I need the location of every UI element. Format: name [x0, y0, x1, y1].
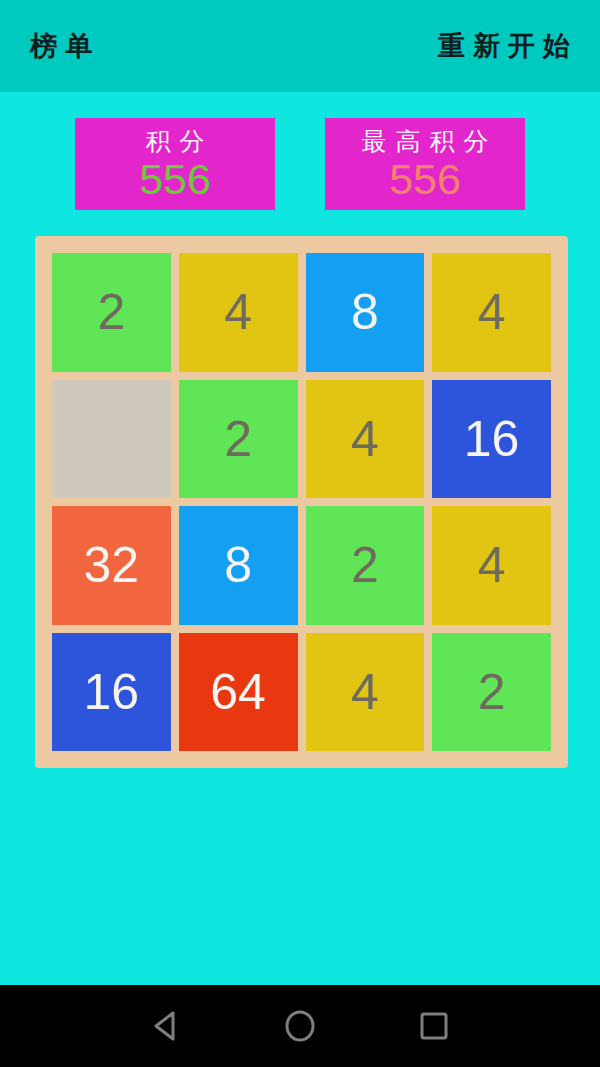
tile-4: 4 [432, 253, 551, 372]
score-value: 556 [139, 157, 211, 202]
tile-2: 2 [306, 506, 425, 625]
tile-4: 4 [306, 380, 425, 499]
score-label: 积分 [137, 126, 214, 157]
tile-32: 32 [52, 506, 171, 625]
tile-8: 8 [306, 253, 425, 372]
best-score-value: 556 [389, 157, 461, 202]
recents-icon[interactable] [416, 1008, 452, 1044]
tile-2: 2 [179, 380, 298, 499]
board-grid[interactable]: 2484241632824166442 [35, 236, 568, 768]
score-box: 积分 556 [75, 118, 275, 210]
app-bar: 榜单 重新开始 [0, 0, 600, 92]
best-score-label: 最高积分 [353, 126, 498, 157]
leaderboard-button[interactable]: 榜单 [30, 28, 100, 64]
home-icon[interactable] [282, 1008, 318, 1044]
tile-64: 64 [179, 633, 298, 752]
tile-2: 2 [432, 633, 551, 752]
tile-16: 16 [432, 380, 551, 499]
screen: 榜单 重新开始 积分 556 最高积分 556 2484241632824166… [0, 0, 600, 1067]
tile-4: 4 [179, 253, 298, 372]
tile-4: 4 [432, 506, 551, 625]
back-icon[interactable] [148, 1008, 184, 1044]
android-nav-bar [0, 985, 600, 1067]
tile-2: 2 [52, 253, 171, 372]
tile-4: 4 [306, 633, 425, 752]
restart-button[interactable]: 重新开始 [438, 28, 578, 64]
best-score-box: 最高积分 556 [325, 118, 525, 210]
empty-cell [52, 380, 171, 499]
tile-8: 8 [179, 506, 298, 625]
tile-16: 16 [52, 633, 171, 752]
